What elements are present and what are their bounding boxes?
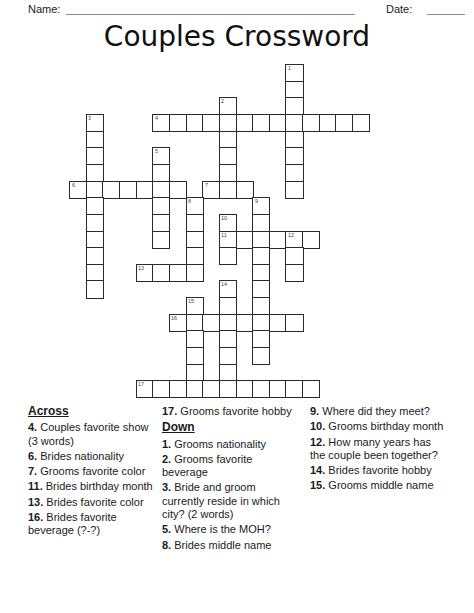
cell-number-7: 7 (205, 183, 208, 189)
grid-cell-r12c5[interactable] (152, 264, 170, 282)
grid-cell-r15c8[interactable] (202, 314, 220, 332)
clue-number: 10. (310, 420, 325, 432)
clue-across-17: 17. Grooms favorite hobby (162, 405, 300, 418)
grid-cell-r3c9[interactable] (219, 114, 237, 132)
cell-number-16: 16 (171, 316, 177, 322)
cell-number-17: 17 (138, 382, 144, 388)
grid-cell-r17c7[interactable] (186, 347, 204, 365)
grid-cell-r10c5[interactable] (152, 231, 170, 249)
cell-number-6: 6 (72, 183, 75, 189)
clue-number: 12. (310, 436, 325, 448)
grid-cell-r9c1[interactable] (86, 214, 104, 232)
cell-number-2: 2 (221, 99, 224, 105)
grid-cell-r6c9[interactable] (219, 164, 237, 182)
grid-cell-r19c9[interactable] (219, 380, 237, 398)
grid-cell-r3c7[interactable] (186, 114, 204, 132)
grid-cell-r15c11[interactable] (252, 314, 270, 332)
grid-cell-r9c5[interactable] (152, 214, 170, 232)
grid-cell-r18c7[interactable] (186, 364, 204, 382)
crossword-grid: 1234567891011121314151617 (69, 64, 374, 401)
clue-number: 3. (162, 481, 171, 493)
page-title: Couples Crossword (0, 20, 474, 53)
clue-across-7: 7. Grooms favorite color (28, 465, 159, 478)
grid-cell-r9c11[interactable] (252, 214, 270, 232)
grid-cell-r19c7[interactable] (186, 380, 204, 398)
grid-cell-r3c10[interactable] (236, 114, 254, 132)
grid-cell-r3c14[interactable] (302, 114, 320, 132)
clue-number: 13. (28, 496, 43, 508)
grid-cell-r12c13[interactable] (285, 264, 303, 282)
cell-number-8: 8 (188, 199, 191, 205)
across-heading: Across (28, 405, 159, 418)
grid-cell-r19c5[interactable] (152, 380, 170, 398)
cell-number-5: 5 (155, 149, 158, 155)
grid-cell-r11c1[interactable] (86, 247, 104, 265)
clue-down-3: 3. Bride and groom currently reside in w… (162, 481, 300, 521)
grid-cell-r10c12[interactable] (269, 231, 287, 249)
clue-number: 5. (162, 523, 171, 535)
grid-cell-r7c5[interactable] (152, 181, 170, 199)
grid-cell-r7c13[interactable] (285, 181, 303, 199)
grid-cell-r7c1[interactable] (86, 181, 104, 199)
grid-cell-r3c13[interactable] (285, 114, 303, 132)
cell-number-14: 14 (221, 282, 227, 288)
grid-cell-r12c1[interactable] (86, 264, 104, 282)
cell-number-12: 12 (288, 233, 294, 239)
clue-down-2: 2. Grooms favorite beverage (162, 453, 300, 480)
grid-cell-r14c11[interactable] (252, 297, 270, 315)
cell-number-15: 15 (188, 299, 194, 305)
clue-across-16: 16. Brides favorite beverage (?-?) (28, 511, 159, 538)
grid-cell-r3c8[interactable] (202, 114, 220, 132)
grid-cell-r14c9[interactable] (219, 297, 237, 315)
clue-column-middle: 17. Grooms favorite hobbyDown1. Grooms n… (162, 405, 300, 554)
grid-cell-r13c1[interactable] (86, 280, 104, 298)
grid-cell-r12c7[interactable] (186, 264, 204, 282)
grid-cell-r7c2[interactable] (102, 181, 120, 199)
cell-number-3: 3 (88, 116, 91, 122)
clue-down-12: 12. How many years has the couple been t… (310, 436, 444, 463)
grid-cell-r8c5[interactable] (152, 197, 170, 215)
clue-number: 8. (162, 539, 171, 551)
clue-column-left: Across4. Couples favorite show (3 words)… (28, 405, 159, 540)
grid-cell-r10c10[interactable] (236, 231, 254, 249)
clue-down-1: 1. Grooms nationality (162, 438, 300, 451)
grid-cell-r11c9[interactable] (219, 247, 237, 265)
cell-number-9: 9 (255, 199, 258, 205)
clue-number: 1. (162, 438, 171, 450)
grid-cell-r6c13[interactable] (285, 164, 303, 182)
clue-number: 11. (28, 480, 43, 492)
worksheet-page: Name: Date: Couples Crossword 1234567891… (0, 0, 474, 613)
grid-cell-r5c1[interactable] (86, 147, 104, 165)
clue-number: 17. (162, 405, 177, 417)
grid-cell-r16c9[interactable] (219, 330, 237, 348)
date-input-line[interactable] (427, 2, 465, 15)
grid-cell-r1c13[interactable] (285, 81, 303, 99)
grid-cell-r13c11[interactable] (252, 280, 270, 298)
clue-down-9: 9. Where did they meet? (310, 405, 444, 418)
grid-cell-r3c6[interactable] (169, 114, 187, 132)
grid-cell-r3c16[interactable] (335, 114, 353, 132)
grid-cell-r4c9[interactable] (219, 131, 237, 149)
grid-cell-r10c1[interactable] (86, 231, 104, 249)
grid-cell-r6c5[interactable] (152, 164, 170, 182)
grid-cell-r7c9[interactable] (219, 181, 237, 199)
clue-number: 7. (28, 465, 37, 477)
grid-cell-r3c12[interactable] (269, 114, 287, 132)
clue-number: 14. (310, 464, 325, 476)
grid-cell-r17c11[interactable] (252, 347, 270, 365)
grid-cell-r15c10[interactable] (236, 314, 254, 332)
date-label: Date: (386, 3, 412, 15)
grid-cell-r3c17[interactable] (352, 114, 370, 132)
clue-across-6: 6. Brides nationality (28, 450, 159, 463)
clue-down-15: 15. Grooms middle name (310, 479, 444, 492)
grid-cell-r19c6[interactable] (169, 380, 187, 398)
grid-cell-r9c7[interactable] (186, 214, 204, 232)
grid-cell-r12c6[interactable] (169, 264, 187, 282)
clue-down-8: 8. Brides middle name (162, 539, 300, 552)
grid-cell-r18c9[interactable] (219, 364, 237, 382)
grid-cell-r15c12[interactable] (269, 314, 287, 332)
name-input-line[interactable] (66, 2, 355, 15)
clue-number: 16. (28, 511, 43, 523)
cell-number-10: 10 (221, 216, 227, 222)
grid-cell-r8c1[interactable] (86, 197, 104, 215)
grid-cell-r19c11[interactable] (252, 380, 270, 398)
grid-cell-r19c13[interactable] (285, 380, 303, 398)
grid-cell-r11c7[interactable] (186, 247, 204, 265)
clue-number: 4. (28, 421, 37, 433)
grid-cell-r16c11[interactable] (252, 330, 270, 348)
grid-cell-r15c13[interactable] (285, 314, 303, 332)
clue-across-13: 13. Brides favorite color (28, 496, 159, 509)
grid-cell-r12c11[interactable] (252, 264, 270, 282)
clue-down-14: 14. Brides favorite hobby (310, 464, 444, 477)
grid-cell-r19c8[interactable] (202, 380, 220, 398)
grid-cell-r6c1[interactable] (86, 164, 104, 182)
grid-cell-r5c13[interactable] (285, 147, 303, 165)
grid-cell-r7c6[interactable] (169, 181, 187, 199)
grid-cell-r7c4[interactable] (136, 181, 154, 199)
grid-cell-r2c13[interactable] (285, 97, 303, 115)
grid-cell-r7c3[interactable] (119, 181, 137, 199)
cell-number-4: 4 (155, 116, 158, 122)
grid-cell-r10c14[interactable] (302, 231, 320, 249)
grid-cell-r17c9[interactable] (219, 347, 237, 365)
grid-cell-r16c7[interactable] (186, 330, 204, 348)
grid-cell-r11c13[interactable] (285, 247, 303, 265)
clue-column-right: 9. Where did they meet?10. Grooms birthd… (310, 405, 444, 495)
down-heading: Down (162, 421, 300, 434)
clue-number: 15. (310, 479, 325, 491)
cell-number-13: 13 (138, 266, 144, 272)
grid-cell-r19c12[interactable] (269, 380, 287, 398)
grid-cell-r3c11[interactable] (252, 114, 270, 132)
grid-cell-r10c7[interactable] (186, 231, 204, 249)
grid-cell-r3c15[interactable] (319, 114, 337, 132)
grid-cell-r15c7[interactable] (186, 314, 204, 332)
clue-across-4: 4. Couples favorite show (3 words) (28, 421, 159, 448)
clue-number: 2. (162, 453, 171, 465)
grid-cell-r10c11[interactable] (252, 231, 270, 249)
grid-cell-r5c9[interactable] (219, 147, 237, 165)
grid-cell-r4c1[interactable] (86, 131, 104, 149)
grid-cell-r4c13[interactable] (285, 131, 303, 149)
cell-number-11: 11 (221, 233, 227, 239)
grid-cell-r19c14[interactable] (302, 380, 320, 398)
grid-cell-r7c10[interactable] (236, 181, 254, 199)
cell-number-1: 1 (288, 66, 291, 72)
grid-cell-r11c11[interactable] (252, 247, 270, 265)
clue-down-10: 10. Grooms birthday month (310, 420, 444, 433)
grid-cell-r15c9[interactable] (219, 314, 237, 332)
clue-number: 9. (310, 405, 319, 417)
clue-down-5: 5. Where is the MOH? (162, 523, 300, 536)
grid-cell-r19c10[interactable] (236, 380, 254, 398)
clue-number: 6. (28, 450, 37, 462)
name-label: Name: (28, 3, 60, 15)
clue-across-11: 11. Brides birthday month (28, 480, 159, 493)
